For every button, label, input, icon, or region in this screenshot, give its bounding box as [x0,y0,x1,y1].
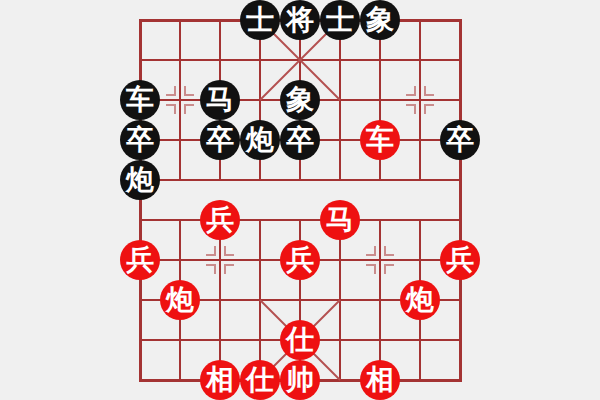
piece-black-soldier[interactable]: 卒 [440,120,480,160]
marker-corner [384,264,394,274]
piece-black-horse[interactable]: 马 [200,80,240,120]
piece-black-chariot[interactable]: 车 [120,80,160,120]
grid-line [219,219,221,381]
point-marker [366,246,394,274]
piece-red-horse[interactable]: 马 [320,200,360,240]
piece-black-cannon[interactable]: 炮 [120,160,160,200]
point-marker [406,86,434,114]
marker-corner [366,246,376,256]
piece-red-soldier[interactable]: 兵 [120,240,160,280]
grid-line [339,219,341,381]
piece-black-soldier[interactable]: 卒 [280,120,320,160]
piece-red-soldier[interactable]: 兵 [280,240,320,280]
point-marker [206,246,234,274]
marker-corner [206,246,216,256]
piece-black-general[interactable]: 将 [280,0,320,40]
piece-black-cannon[interactable]: 炮 [240,120,280,160]
piece-red-cannon[interactable]: 炮 [160,280,200,320]
grid-line [259,219,261,381]
piece-black-advisor[interactable]: 士 [240,0,280,40]
marker-corner [224,246,234,256]
grid-line [139,19,142,382]
piece-red-soldier[interactable]: 兵 [200,200,240,240]
piece-black-soldier[interactable]: 卒 [120,120,160,160]
xiangqi-board: 士将士象车马象卒卒炮卒车卒炮兵马兵兵兵炮炮仕相仕帅相 [0,0,600,400]
marker-corner [406,104,416,114]
marker-corner [166,86,176,96]
piece-red-soldier[interactable]: 兵 [440,240,480,280]
marker-corner [184,104,194,114]
piece-red-elephant[interactable]: 相 [360,360,400,400]
marker-corner [424,86,434,96]
piece-black-elephant[interactable]: 象 [280,80,320,120]
grid-line [339,19,341,181]
piece-red-elephant[interactable]: 相 [200,360,240,400]
piece-red-chariot[interactable]: 车 [360,120,400,160]
piece-black-elephant[interactable]: 象 [360,0,400,40]
piece-red-advisor[interactable]: 仕 [240,360,280,400]
point-marker [166,86,194,114]
piece-red-general[interactable]: 帅 [280,360,320,400]
piece-black-soldier[interactable]: 卒 [200,120,240,160]
marker-corner [166,104,176,114]
marker-corner [224,264,234,274]
piece-red-advisor[interactable]: 仕 [280,320,320,360]
grid-line [459,19,462,382]
grid-line [379,219,381,381]
marker-corner [384,246,394,256]
marker-corner [206,264,216,274]
piece-red-cannon[interactable]: 炮 [400,280,440,320]
marker-corner [366,264,376,274]
piece-black-advisor[interactable]: 士 [320,0,360,40]
marker-corner [184,86,194,96]
marker-corner [424,104,434,114]
marker-corner [406,86,416,96]
